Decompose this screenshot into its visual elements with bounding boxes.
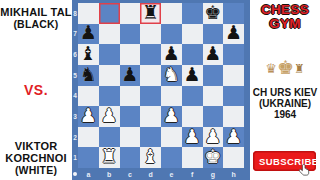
- black-rook: ♜: [142, 3, 159, 22]
- square-f1: [182, 147, 203, 168]
- file-label-a: a: [78, 168, 99, 180]
- square-f4: [182, 86, 203, 107]
- square-c4: [120, 86, 141, 107]
- event-location: (UKRAINE): [250, 98, 320, 109]
- square-d3: [140, 106, 161, 127]
- file-label-e: e: [161, 168, 182, 180]
- square-e5: ♞: [161, 65, 182, 86]
- logo-king-icon: ♚: [277, 58, 294, 77]
- file-label-g: g: [203, 168, 224, 180]
- square-g6: ♟: [203, 44, 224, 65]
- square-f7: [182, 24, 203, 45]
- square-f8: [182, 3, 203, 24]
- square-c2: [120, 127, 141, 148]
- white-pawn: ♟: [80, 106, 97, 125]
- square-e2: [161, 127, 182, 148]
- vs-label: VS.: [0, 82, 72, 98]
- square-c3: [120, 106, 141, 127]
- white-pawn: ♟: [204, 127, 221, 146]
- white-king: ♚: [204, 147, 221, 166]
- black-pawn: ♟: [184, 65, 201, 84]
- square-b8: [99, 3, 120, 24]
- square-d5: [140, 65, 161, 86]
- square-g5: [203, 65, 224, 86]
- white-pawn: ♟: [225, 127, 242, 146]
- square-h1: [223, 147, 244, 168]
- white-player-name: VIKTOR KORCHNOI: [0, 141, 72, 165]
- square-g8: ♚: [203, 3, 224, 24]
- file-label-b: b: [99, 168, 120, 180]
- square-h6: [223, 44, 244, 65]
- white-rook: ♜: [101, 147, 118, 166]
- click-hand-icon: [297, 163, 312, 178]
- square-b5: [99, 65, 120, 86]
- square-a2: [78, 127, 99, 148]
- square-a4: [78, 86, 99, 107]
- square-b3: ♟: [99, 106, 120, 127]
- event-caption: CH URS KIEV (UKRAINE) 1964: [250, 87, 320, 121]
- board-corner-dot: [73, 172, 77, 176]
- square-e8: [161, 3, 182, 24]
- black-bishop: ♝: [80, 44, 97, 63]
- file-label-h: h: [223, 168, 244, 180]
- logo-queen-icon: ♛: [265, 62, 277, 75]
- square-g7: [203, 24, 224, 45]
- square-c7: [120, 24, 141, 45]
- square-b2: [99, 127, 120, 148]
- black-pawn: ♟: [80, 24, 97, 43]
- black-pawn: ♟: [121, 65, 138, 84]
- square-d4: [140, 86, 161, 107]
- square-a6: ♝: [78, 44, 99, 65]
- square-h7: ♟: [223, 24, 244, 45]
- square-f3: [182, 106, 203, 127]
- board-squares: ♜♚♟♟♝♟♟♞♟♞♟♟♟♟♟♟♟♜♝♚: [78, 3, 244, 168]
- square-a8: [78, 3, 99, 24]
- chess-gym-logo-icon: ♛ ♚ ♜: [263, 37, 307, 81]
- white-player-block: VIKTOR KORCHNOI (WHITE): [0, 141, 72, 176]
- black-player-side: (BLACK): [0, 19, 72, 30]
- square-d2: [140, 127, 161, 148]
- black-pawn: ♟: [225, 24, 242, 43]
- square-g2: ♟: [203, 127, 224, 148]
- square-d6: [140, 44, 161, 65]
- square-a5: ♞: [78, 65, 99, 86]
- square-c5: ♟: [120, 65, 141, 86]
- square-e3: ♟: [161, 106, 182, 127]
- file-label-d: d: [140, 168, 161, 180]
- square-f5: ♟: [182, 65, 203, 86]
- event-name: CH URS KIEV: [250, 87, 320, 98]
- square-h5: [223, 65, 244, 86]
- event-year: 1964: [250, 109, 320, 120]
- square-e6: ♟: [161, 44, 182, 65]
- black-knight: ♞: [80, 65, 97, 84]
- square-c8: [120, 3, 141, 24]
- channel-brand: CHESS GYM: [250, 3, 320, 31]
- square-c6: [120, 44, 141, 65]
- square-e4: [161, 86, 182, 107]
- white-player-side: (WHITE): [0, 165, 72, 176]
- white-pawn: ♟: [184, 127, 201, 146]
- square-h2: ♟: [223, 127, 244, 148]
- white-bishop: ♝: [142, 147, 159, 166]
- square-g3: [203, 106, 224, 127]
- square-h4: [223, 86, 244, 107]
- file-label-c: c: [120, 168, 141, 180]
- square-f2: ♟: [182, 127, 203, 148]
- square-b4: [99, 86, 120, 107]
- white-pawn: ♟: [163, 106, 180, 125]
- square-b1: ♜: [99, 147, 120, 168]
- square-b7: [99, 24, 120, 45]
- square-a1: [78, 147, 99, 168]
- file-label-f: f: [182, 168, 203, 180]
- right-brand-panel: CHESS GYM ♛ ♚ ♜ CH URS KIEV (UKRAINE) 19…: [250, 0, 320, 180]
- square-h3: [223, 106, 244, 127]
- square-g1: ♚: [203, 147, 224, 168]
- black-player-block: MIKHAIL TAL (BLACK): [0, 7, 72, 30]
- square-e7: [161, 24, 182, 45]
- square-d7: [140, 24, 161, 45]
- square-b6: [99, 44, 120, 65]
- square-e1: [161, 147, 182, 168]
- square-g4: [203, 86, 224, 107]
- square-a7: ♟: [78, 24, 99, 45]
- black-king: ♚: [204, 3, 221, 22]
- white-knight: ♞: [163, 65, 180, 84]
- black-pawn: ♟: [163, 44, 180, 63]
- square-f6: [182, 44, 203, 65]
- file-labels: abcdefgh: [78, 168, 244, 180]
- black-pawn: ♟: [204, 44, 221, 63]
- square-d8: ♜: [140, 3, 161, 24]
- square-a3: ♟: [78, 106, 99, 127]
- white-pawn: ♟: [101, 106, 118, 125]
- square-h8: [223, 3, 244, 24]
- logo-rook-icon: ♜: [294, 63, 305, 75]
- square-c1: [120, 147, 141, 168]
- left-player-panel: MIKHAIL TAL (BLACK) VS. VIKTOR KORCHNOI …: [0, 0, 72, 180]
- square-d1: ♝: [140, 147, 161, 168]
- chess-board: 87654321 ♜♚♟♟♝♟♟♞♟♞♟♟♟♟♟♟♟♜♝♚ abcdefgh: [72, 0, 250, 180]
